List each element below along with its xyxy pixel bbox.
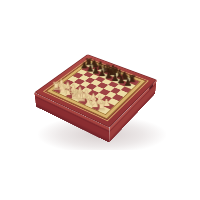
piece-black-pawn[interactable]: ♟ bbox=[124, 79, 132, 88]
piece-white-rook[interactable]: ♜ bbox=[97, 101, 107, 112]
chess-set-photo: ♜♞♝♛♚♝♞♜♟♟♟♟♟♟♟♟♟♟♟♟♟♟♟♟♜♞♝♛♚♝♞♜ bbox=[0, 0, 200, 200]
chess-board: ♜♞♝♛♚♝♞♜♟♟♟♟♟♟♟♟♟♟♟♟♟♟♟♟♜♞♝♛♚♝♞♜ bbox=[52, 62, 141, 115]
